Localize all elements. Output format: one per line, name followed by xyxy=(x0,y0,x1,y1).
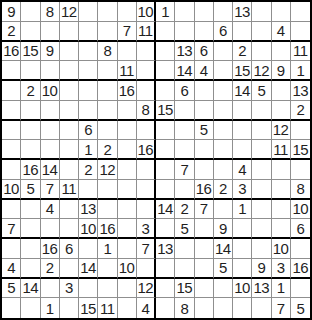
cell-r12c2-empty[interactable] xyxy=(21,219,40,239)
cell-r13c9-given[interactable]: 13 xyxy=(156,239,175,259)
cell-r2c5-empty[interactable] xyxy=(79,22,98,42)
cell-r9c14-empty[interactable] xyxy=(252,160,271,180)
cell-r12c11-empty[interactable] xyxy=(195,219,214,239)
cell-r4c13-given[interactable]: 15 xyxy=(233,61,252,81)
cell-r7c14-empty[interactable] xyxy=(252,121,271,141)
cell-r5c10-given[interactable]: 6 xyxy=(175,81,194,101)
cell-r14c14-given[interactable]: 9 xyxy=(252,259,271,279)
cell-r6c12-empty[interactable] xyxy=(214,101,233,121)
cell-r4c7-given[interactable]: 11 xyxy=(118,61,137,81)
cell-r16c7-empty[interactable] xyxy=(118,298,137,318)
cell-r1c9-given[interactable]: 1 xyxy=(156,2,175,22)
cell-r13c11-empty[interactable] xyxy=(195,239,214,259)
cell-r4c1-empty[interactable] xyxy=(2,61,21,81)
cell-r15c14-given[interactable]: 13 xyxy=(252,279,271,299)
cell-r8c11-empty[interactable] xyxy=(195,140,214,160)
cell-r3c3-given[interactable]: 9 xyxy=(41,42,60,62)
cell-r14c2-empty[interactable] xyxy=(21,259,40,279)
cell-r1c16-empty[interactable] xyxy=(291,2,310,22)
cell-r5c12-empty[interactable] xyxy=(214,81,233,101)
cell-r11c5-given[interactable]: 13 xyxy=(79,200,98,220)
cell-r16c5-given[interactable]: 15 xyxy=(79,298,98,318)
cell-r4c10-given[interactable]: 14 xyxy=(175,61,194,81)
cell-r2c1-given[interactable]: 2 xyxy=(2,22,21,42)
cell-r3c14-empty[interactable] xyxy=(252,42,271,62)
cell-r11c16-given[interactable]: 10 xyxy=(291,200,310,220)
cell-r5c8-empty[interactable] xyxy=(137,81,156,101)
cell-r11c9-given[interactable]: 14 xyxy=(156,200,175,220)
cell-r1c3-given[interactable]: 8 xyxy=(41,2,60,22)
cell-r14c7-given[interactable]: 10 xyxy=(118,259,137,279)
cell-r12c15-empty[interactable] xyxy=(272,219,291,239)
cell-r8c2-empty[interactable] xyxy=(21,140,40,160)
cell-r4c15-given[interactable]: 9 xyxy=(272,61,291,81)
cell-r14c6-empty[interactable] xyxy=(98,259,117,279)
cell-r12c7-empty[interactable] xyxy=(118,219,137,239)
cell-r14c11-empty[interactable] xyxy=(195,259,214,279)
cell-r4c4-empty[interactable] xyxy=(60,61,79,81)
cell-r11c7-empty[interactable] xyxy=(118,200,137,220)
cell-r13c7-empty[interactable] xyxy=(118,239,137,259)
cell-r9c2-given[interactable]: 16 xyxy=(21,160,40,180)
cell-r15c4-given[interactable]: 3 xyxy=(60,279,79,299)
cell-r6c2-empty[interactable] xyxy=(21,101,40,121)
cell-r1c8-given[interactable]: 10 xyxy=(137,2,156,22)
cell-r9c9-empty[interactable] xyxy=(156,160,175,180)
cell-r15c8-given[interactable]: 12 xyxy=(137,279,156,299)
cell-r15c2-given[interactable]: 14 xyxy=(21,279,40,299)
cell-r2c12-given[interactable]: 6 xyxy=(214,22,233,42)
cell-r8c3-empty[interactable] xyxy=(41,140,60,160)
cell-r12c9-empty[interactable] xyxy=(156,219,175,239)
cell-r8c9-empty[interactable] xyxy=(156,140,175,160)
cell-r12c4-empty[interactable] xyxy=(60,219,79,239)
cell-r2c6-empty[interactable] xyxy=(98,22,117,42)
cell-r15c13-given[interactable]: 10 xyxy=(233,279,252,299)
cell-r12c8-given[interactable]: 3 xyxy=(137,219,156,239)
cell-r12c14-empty[interactable] xyxy=(252,219,271,239)
cell-r9c11-empty[interactable] xyxy=(195,160,214,180)
cell-r4c14-given[interactable]: 12 xyxy=(252,61,271,81)
cell-r14c4-empty[interactable] xyxy=(60,259,79,279)
cell-r2c11-empty[interactable] xyxy=(195,22,214,42)
cell-r15c11-empty[interactable] xyxy=(195,279,214,299)
cell-r8c1-empty[interactable] xyxy=(2,140,21,160)
cell-r12c6-given[interactable]: 16 xyxy=(98,219,117,239)
cell-r11c11-given[interactable]: 7 xyxy=(195,200,214,220)
cell-r10c16-given[interactable]: 8 xyxy=(291,180,310,200)
cell-r11c10-given[interactable]: 2 xyxy=(175,200,194,220)
cell-r9c1-empty[interactable] xyxy=(2,160,21,180)
cell-r12c3-empty[interactable] xyxy=(41,219,60,239)
cell-r2c10-empty[interactable] xyxy=(175,22,194,42)
cell-r7c16-empty[interactable] xyxy=(291,121,310,141)
cell-r5c2-given[interactable]: 2 xyxy=(21,81,40,101)
cell-r7c15-given[interactable]: 12 xyxy=(272,121,291,141)
cell-r6c8-given[interactable]: 8 xyxy=(137,101,156,121)
cell-r13c8-given[interactable]: 7 xyxy=(137,239,156,259)
cell-r4c12-empty[interactable] xyxy=(214,61,233,81)
cell-r9c15-empty[interactable] xyxy=(272,160,291,180)
cell-r3c15-empty[interactable] xyxy=(272,42,291,62)
cell-r6c1-empty[interactable] xyxy=(2,101,21,121)
cell-r7c1-empty[interactable] xyxy=(2,121,21,141)
cell-r7c13-empty[interactable] xyxy=(233,121,252,141)
cell-r2c7-given[interactable]: 7 xyxy=(118,22,137,42)
cell-r16c4-empty[interactable] xyxy=(60,298,79,318)
cell-r1c15-empty[interactable] xyxy=(272,2,291,22)
cell-r13c16-empty[interactable] xyxy=(291,239,310,259)
cell-r1c1-given[interactable]: 9 xyxy=(2,2,21,22)
cell-r9c5-given[interactable]: 2 xyxy=(79,160,98,180)
cell-r10c12-given[interactable]: 2 xyxy=(214,180,233,200)
cell-r7c9-empty[interactable] xyxy=(156,121,175,141)
cell-r6c9-given[interactable]: 15 xyxy=(156,101,175,121)
cell-r5c13-given[interactable]: 14 xyxy=(233,81,252,101)
cell-r10c5-empty[interactable] xyxy=(79,180,98,200)
cell-r1c2-empty[interactable] xyxy=(21,2,40,22)
cell-r5c3-given[interactable]: 10 xyxy=(41,81,60,101)
cell-r13c13-empty[interactable] xyxy=(233,239,252,259)
cell-r11c13-given[interactable]: 1 xyxy=(233,200,252,220)
cell-r5c4-empty[interactable] xyxy=(60,81,79,101)
cell-r9c6-given[interactable]: 12 xyxy=(98,160,117,180)
cell-r13c2-empty[interactable] xyxy=(21,239,40,259)
cell-r5c14-given[interactable]: 5 xyxy=(252,81,271,101)
cell-r1c12-empty[interactable] xyxy=(214,2,233,22)
cell-r7c5-given[interactable]: 6 xyxy=(79,121,98,141)
cell-r10c6-empty[interactable] xyxy=(98,180,117,200)
cell-r3c5-empty[interactable] xyxy=(79,42,98,62)
cell-r13c5-empty[interactable] xyxy=(79,239,98,259)
cell-r1c4-given[interactable]: 12 xyxy=(60,2,79,22)
cell-r9c4-empty[interactable] xyxy=(60,160,79,180)
cell-r9c7-empty[interactable] xyxy=(118,160,137,180)
cell-r7c12-empty[interactable] xyxy=(214,121,233,141)
cell-r3c4-empty[interactable] xyxy=(60,42,79,62)
cell-r7c7-empty[interactable] xyxy=(118,121,137,141)
cell-r3c8-empty[interactable] xyxy=(137,42,156,62)
cell-r5c1-empty[interactable] xyxy=(2,81,21,101)
cell-r9c16-empty[interactable] xyxy=(291,160,310,180)
cell-r2c14-empty[interactable] xyxy=(252,22,271,42)
cell-r9c12-empty[interactable] xyxy=(214,160,233,180)
cell-r6c13-empty[interactable] xyxy=(233,101,252,121)
cell-r14c1-given[interactable]: 4 xyxy=(2,259,21,279)
cell-r14c8-empty[interactable] xyxy=(137,259,156,279)
cell-r7c6-empty[interactable] xyxy=(98,121,117,141)
cell-r10c9-empty[interactable] xyxy=(156,180,175,200)
cell-r16c6-given[interactable]: 11 xyxy=(98,298,117,318)
cell-r15c15-given[interactable]: 1 xyxy=(272,279,291,299)
cell-r11c2-empty[interactable] xyxy=(21,200,40,220)
cell-r4c5-empty[interactable] xyxy=(79,61,98,81)
cell-r6c10-empty[interactable] xyxy=(175,101,194,121)
cell-r11c3-given[interactable]: 4 xyxy=(41,200,60,220)
cell-r2c3-empty[interactable] xyxy=(41,22,60,42)
cell-r12c12-given[interactable]: 9 xyxy=(214,219,233,239)
cell-r7c3-empty[interactable] xyxy=(41,121,60,141)
cell-r11c4-empty[interactable] xyxy=(60,200,79,220)
cell-r11c6-empty[interactable] xyxy=(98,200,117,220)
cell-r11c15-empty[interactable] xyxy=(272,200,291,220)
cell-r15c1-given[interactable]: 5 xyxy=(2,279,21,299)
cell-r13c4-given[interactable]: 6 xyxy=(60,239,79,259)
cell-r11c14-empty[interactable] xyxy=(252,200,271,220)
cell-r10c1-given[interactable]: 10 xyxy=(2,180,21,200)
cell-r2c4-empty[interactable] xyxy=(60,22,79,42)
cell-r4c16-given[interactable]: 1 xyxy=(291,61,310,81)
cell-r8c5-given[interactable]: 1 xyxy=(79,140,98,160)
cell-r10c7-empty[interactable] xyxy=(118,180,137,200)
cell-r12c5-given[interactable]: 10 xyxy=(79,219,98,239)
puzzle-page: 9812101132711641615981362111114415129121… xyxy=(0,0,312,320)
cell-r14c15-given[interactable]: 3 xyxy=(272,259,291,279)
cell-r13c14-empty[interactable] xyxy=(252,239,271,259)
cell-r3c1-given[interactable]: 16 xyxy=(2,42,21,62)
cell-r15c12-empty[interactable] xyxy=(214,279,233,299)
cell-r6c16-given[interactable]: 2 xyxy=(291,101,310,121)
cell-r14c13-empty[interactable] xyxy=(233,259,252,279)
cell-r4c11-given[interactable]: 4 xyxy=(195,61,214,81)
cell-r13c10-empty[interactable] xyxy=(175,239,194,259)
cell-r5c7-given[interactable]: 16 xyxy=(118,81,137,101)
cell-r10c13-given[interactable]: 3 xyxy=(233,180,252,200)
cell-r2c16-empty[interactable] xyxy=(291,22,310,42)
cell-r3c9-empty[interactable] xyxy=(156,42,175,62)
cell-r8c13-empty[interactable] xyxy=(233,140,252,160)
cell-r15c9-empty[interactable] xyxy=(156,279,175,299)
cell-r5c6-empty[interactable] xyxy=(98,81,117,101)
cell-r3c6-given[interactable]: 8 xyxy=(98,42,117,62)
cell-r13c3-given[interactable]: 16 xyxy=(41,239,60,259)
cell-r6c4-empty[interactable] xyxy=(60,101,79,121)
cell-r10c11-given[interactable]: 16 xyxy=(195,180,214,200)
cell-r4c3-empty[interactable] xyxy=(41,61,60,81)
cell-r16c2-empty[interactable] xyxy=(21,298,40,318)
cell-r14c16-given[interactable]: 16 xyxy=(291,259,310,279)
cell-r9c13-given[interactable]: 4 xyxy=(233,160,252,180)
cell-r2c15-given[interactable]: 4 xyxy=(272,22,291,42)
cell-r12c10-given[interactable]: 5 xyxy=(175,219,194,239)
cell-r3c11-given[interactable]: 6 xyxy=(195,42,214,62)
cell-r11c12-empty[interactable] xyxy=(214,200,233,220)
cell-r7c10-empty[interactable] xyxy=(175,121,194,141)
sudoku-board: 9812101132711641615981362111114415129121… xyxy=(0,0,312,320)
cell-r4c6-empty[interactable] xyxy=(98,61,117,81)
cell-r16c3-given[interactable]: 1 xyxy=(41,298,60,318)
cell-r10c15-empty[interactable] xyxy=(272,180,291,200)
cell-r2c8-given[interactable]: 11 xyxy=(137,22,156,42)
cell-r2c9-empty[interactable] xyxy=(156,22,175,42)
cell-r13c1-empty[interactable] xyxy=(2,239,21,259)
cell-r1c7-empty[interactable] xyxy=(118,2,137,22)
cell-r10c3-given[interactable]: 7 xyxy=(41,180,60,200)
cell-r7c2-empty[interactable] xyxy=(21,121,40,141)
cell-r11c8-empty[interactable] xyxy=(137,200,156,220)
cell-r14c3-given[interactable]: 2 xyxy=(41,259,60,279)
cell-r7c4-empty[interactable] xyxy=(60,121,79,141)
cell-r5c9-empty[interactable] xyxy=(156,81,175,101)
cell-r15c16-empty[interactable] xyxy=(291,279,310,299)
cell-r5c11-empty[interactable] xyxy=(195,81,214,101)
cell-r16c16-given[interactable]: 5 xyxy=(291,298,310,318)
cell-r10c2-given[interactable]: 5 xyxy=(21,180,40,200)
cell-r9c10-given[interactable]: 7 xyxy=(175,160,194,180)
cell-r8c14-empty[interactable] xyxy=(252,140,271,160)
cell-r3c2-given[interactable]: 15 xyxy=(21,42,40,62)
cell-r8c7-empty[interactable] xyxy=(118,140,137,160)
cell-r6c6-empty[interactable] xyxy=(98,101,117,121)
cell-r15c5-empty[interactable] xyxy=(79,279,98,299)
cell-r8c12-empty[interactable] xyxy=(214,140,233,160)
cell-r16c9-empty[interactable] xyxy=(156,298,175,318)
cell-r4c2-empty[interactable] xyxy=(21,61,40,81)
cell-r10c14-empty[interactable] xyxy=(252,180,271,200)
cell-r6c3-empty[interactable] xyxy=(41,101,60,121)
cell-r3c10-given[interactable]: 13 xyxy=(175,42,194,62)
cell-r1c5-empty[interactable] xyxy=(79,2,98,22)
cell-r8c4-empty[interactable] xyxy=(60,140,79,160)
cell-r2c2-empty[interactable] xyxy=(21,22,40,42)
cell-r6c5-empty[interactable] xyxy=(79,101,98,121)
cell-r7c8-empty[interactable] xyxy=(137,121,156,141)
cell-r9c3-given[interactable]: 14 xyxy=(41,160,60,180)
cell-r16c10-given[interactable]: 8 xyxy=(175,298,194,318)
cell-r14c9-empty[interactable] xyxy=(156,259,175,279)
cell-r16c13-empty[interactable] xyxy=(233,298,252,318)
cell-r14c10-empty[interactable] xyxy=(175,259,194,279)
cell-r10c8-empty[interactable] xyxy=(137,180,156,200)
cell-r12c16-given[interactable]: 6 xyxy=(291,219,310,239)
cell-r13c15-given[interactable]: 10 xyxy=(272,239,291,259)
cell-r16c11-empty[interactable] xyxy=(195,298,214,318)
cell-r6c15-empty[interactable] xyxy=(272,101,291,121)
cell-r14c5-given[interactable]: 14 xyxy=(79,259,98,279)
cell-r8c15-given[interactable]: 11 xyxy=(272,140,291,160)
cell-r8c10-empty[interactable] xyxy=(175,140,194,160)
cell-r6c7-empty[interactable] xyxy=(118,101,137,121)
cell-r15c7-empty[interactable] xyxy=(118,279,137,299)
cell-r3c7-empty[interactable] xyxy=(118,42,137,62)
cell-r8c6-given[interactable]: 2 xyxy=(98,140,117,160)
cell-r6c11-empty[interactable] xyxy=(195,101,214,121)
cell-r1c11-empty[interactable] xyxy=(195,2,214,22)
cell-r12c13-empty[interactable] xyxy=(233,219,252,239)
cell-r8c8-given[interactable]: 16 xyxy=(137,140,156,160)
cell-r9c8-empty[interactable] xyxy=(137,160,156,180)
cell-r12c1-given[interactable]: 7 xyxy=(2,219,21,239)
cell-r1c6-empty[interactable] xyxy=(98,2,117,22)
cell-r13c6-given[interactable]: 1 xyxy=(98,239,117,259)
cell-r5c15-empty[interactable] xyxy=(272,81,291,101)
cell-r15c3-empty[interactable] xyxy=(41,279,60,299)
cell-r10c10-empty[interactable] xyxy=(175,180,194,200)
cell-r2c13-empty[interactable] xyxy=(233,22,252,42)
cell-r1c14-empty[interactable] xyxy=(252,2,271,22)
cell-r7c11-given[interactable]: 5 xyxy=(195,121,214,141)
cell-r3c13-given[interactable]: 2 xyxy=(233,42,252,62)
cell-r16c12-empty[interactable] xyxy=(214,298,233,318)
cell-r11c1-empty[interactable] xyxy=(2,200,21,220)
cell-r16c1-empty[interactable] xyxy=(2,298,21,318)
cell-r3c16-given[interactable]: 11 xyxy=(291,42,310,62)
cell-r4c8-empty[interactable] xyxy=(137,61,156,81)
cell-r10c4-given[interactable]: 11 xyxy=(60,180,79,200)
cell-r16c8-given[interactable]: 4 xyxy=(137,298,156,318)
cell-r1c10-empty[interactable] xyxy=(175,2,194,22)
cell-r15c6-empty[interactable] xyxy=(98,279,117,299)
cell-r8c16-given[interactable]: 15 xyxy=(291,140,310,160)
cell-r5c16-given[interactable]: 13 xyxy=(291,81,310,101)
cell-r16c14-empty[interactable] xyxy=(252,298,271,318)
cell-r5c5-empty[interactable] xyxy=(79,81,98,101)
cell-r4c9-empty[interactable] xyxy=(156,61,175,81)
cell-r15c10-given[interactable]: 15 xyxy=(175,279,194,299)
cell-r16c15-given[interactable]: 7 xyxy=(272,298,291,318)
cell-r1c13-given[interactable]: 13 xyxy=(233,2,252,22)
cell-r13c12-given[interactable]: 14 xyxy=(214,239,233,259)
cell-r6c14-empty[interactable] xyxy=(252,101,271,121)
cell-r14c12-given[interactable]: 5 xyxy=(214,259,233,279)
cell-r3c12-empty[interactable] xyxy=(214,42,233,62)
